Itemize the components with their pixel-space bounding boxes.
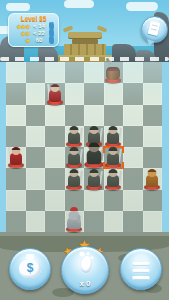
cell-r0c7[interactable] [143, 62, 163, 83]
cell-r2c0[interactable] [6, 105, 26, 126]
goal-stars: ★ [12, 37, 29, 44]
goal-requirement: 60 [29, 37, 49, 44]
game-screen: Level 35 ★★★ < 14 ★★ < 22 ★ 60 $ ★ ★ ★ x… [0, 0, 169, 300]
cell-r0c1[interactable] [26, 62, 46, 83]
cell-r1c0[interactable] [6, 83, 26, 104]
piece-beast[interactable] [142, 163, 162, 190]
piece-troll[interactable] [103, 163, 123, 190]
moves-icon [49, 23, 54, 30]
cell-r1c6[interactable] [123, 83, 143, 104]
cloud [126, 2, 158, 11]
moves-count: x 0 [62, 279, 108, 288]
cell-r6c2[interactable] [45, 190, 65, 211]
cell-r5c6[interactable] [123, 168, 143, 189]
cell-r3c2[interactable] [45, 126, 65, 147]
cell-r7c2[interactable] [45, 211, 65, 232]
goal-requirement: < 14 [29, 23, 49, 30]
cell-r0c6[interactable] [123, 62, 143, 83]
cell-r7c0[interactable] [6, 211, 26, 232]
footprint-icon [79, 255, 94, 274]
help-book-button[interactable] [141, 16, 168, 43]
cell-r3c1[interactable] [26, 126, 46, 147]
cell-r4c2[interactable] [45, 147, 65, 168]
cell-r7c3[interactable] [65, 211, 85, 232]
moves-icon [49, 30, 54, 37]
cell-r7c5[interactable] [104, 211, 124, 232]
cell-r1c1[interactable] [26, 83, 46, 104]
cell-r7c4[interactable] [84, 211, 104, 232]
cell-r5c7[interactable] [143, 168, 163, 189]
cell-r6c5[interactable] [104, 190, 124, 211]
goal-stars: ★★ [12, 30, 29, 37]
piece-goblin[interactable] [45, 78, 65, 105]
cell-r6c1[interactable] [26, 190, 46, 211]
goal-row-1star: ★ 60 [12, 37, 55, 44]
cell-r6c0[interactable] [6, 190, 26, 211]
cell-r0c0[interactable] [6, 62, 26, 83]
cell-r1c5[interactable] [104, 83, 124, 104]
goal-row-3stars: ★★★ < 14 [12, 23, 55, 30]
cell-r5c4[interactable] [84, 168, 104, 189]
coins-button[interactable]: $ [9, 248, 51, 290]
piece-troll[interactable] [84, 163, 104, 190]
piece-barrel[interactable] [103, 56, 123, 83]
level-panel: Level 35 ★★★ < 14 ★★ < 22 ★ 60 [8, 13, 59, 47]
cell-r0c5[interactable] [104, 62, 124, 83]
cell-r5c0[interactable] [6, 168, 26, 189]
goal-requirement: < 22 [29, 30, 49, 37]
cell-r5c2[interactable] [45, 168, 65, 189]
cloud [6, 3, 30, 11]
goal-stars: ★★★ [12, 23, 29, 30]
goal-row-2stars: ★★ < 22 [12, 30, 55, 37]
game-board [6, 62, 162, 232]
cell-r7c1[interactable] [26, 211, 46, 232]
cell-r1c7[interactable] [143, 83, 163, 104]
cell-r5c1[interactable] [26, 168, 46, 189]
board-grid [6, 62, 162, 232]
piece-elephant[interactable] [64, 205, 84, 232]
cell-r2c6[interactable] [123, 105, 143, 126]
cell-r4c6[interactable] [123, 147, 143, 168]
cell-r5c3[interactable] [65, 168, 85, 189]
cell-r3c7[interactable] [143, 126, 163, 147]
cell-r7c6[interactable] [123, 211, 143, 232]
cell-r6c4[interactable] [84, 190, 104, 211]
piece-goblin[interactable] [6, 141, 26, 168]
cell-r2c7[interactable] [143, 105, 163, 126]
cell-r7c7[interactable] [143, 211, 163, 232]
cell-r6c7[interactable] [143, 190, 163, 211]
cell-r1c2[interactable] [45, 83, 65, 104]
dollar-symbol: $ [10, 261, 50, 275]
moves-icon [49, 37, 54, 44]
cell-r0c4[interactable] [84, 62, 104, 83]
moves-button[interactable]: x 0 [61, 246, 109, 294]
cell-r5c5[interactable] [104, 168, 124, 189]
level-title: Level 35 [12, 15, 55, 23]
cell-r2c2[interactable] [45, 105, 65, 126]
hamburger-icon [132, 262, 150, 283]
cell-r4c1[interactable] [26, 147, 46, 168]
piece-troll[interactable] [64, 163, 84, 190]
menu-button[interactable] [120, 248, 162, 290]
cell-r1c3[interactable] [65, 83, 85, 104]
cell-r1c4[interactable] [84, 83, 104, 104]
cell-r6c6[interactable] [123, 190, 143, 211]
book-icon [148, 21, 161, 36]
cloud [64, 0, 94, 8]
cell-r0c3[interactable] [65, 62, 85, 83]
cell-r2c1[interactable] [26, 105, 46, 126]
water-foam [0, 57, 169, 61]
cell-r3c6[interactable] [123, 126, 143, 147]
cell-r4c0[interactable] [6, 147, 26, 168]
